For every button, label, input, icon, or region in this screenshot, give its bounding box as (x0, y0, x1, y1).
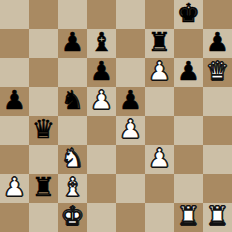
white-pawn-icon[interactable]: ♟ (148, 144, 171, 173)
square-g1[interactable]: ♜ (174, 203, 203, 232)
square-b7[interactable] (29, 29, 58, 58)
square-g7[interactable] (174, 29, 203, 58)
square-e4[interactable]: ♟ (116, 116, 145, 145)
square-g5[interactable] (174, 87, 203, 116)
square-h1[interactable]: ♜ (203, 203, 232, 232)
square-c7[interactable]: ♟ (58, 29, 87, 58)
white-queen-icon[interactable]: ♛ (206, 57, 229, 86)
white-king-icon[interactable]: ♚ (61, 202, 84, 231)
square-e6[interactable] (116, 58, 145, 87)
square-f7[interactable]: ♜ (145, 29, 174, 58)
square-f8[interactable] (145, 0, 174, 29)
square-a5[interactable]: ♟ (0, 87, 29, 116)
square-h4[interactable] (203, 116, 232, 145)
white-pawn-icon[interactable]: ♟ (3, 173, 26, 202)
square-d5[interactable]: ♟ (87, 87, 116, 116)
chess-board: ♚♟♝♜♟♟♟♟♛♟♞♟♟♛♟♞♟♟♜♝♚♜♜ (0, 0, 232, 232)
white-bishop-icon[interactable]: ♝ (61, 173, 84, 202)
square-c2[interactable]: ♝ (58, 174, 87, 203)
square-b3[interactable] (29, 145, 58, 174)
square-e1[interactable] (116, 203, 145, 232)
square-b6[interactable] (29, 58, 58, 87)
square-a8[interactable] (0, 0, 29, 29)
white-pawn-icon[interactable]: ♟ (119, 115, 142, 144)
square-f6[interactable]: ♟ (145, 58, 174, 87)
square-a3[interactable] (0, 145, 29, 174)
black-rook-icon[interactable]: ♜ (32, 173, 55, 202)
white-rook-icon[interactable]: ♜ (177, 202, 200, 231)
black-pawn-icon[interactable]: ♟ (119, 86, 142, 115)
square-g2[interactable] (174, 174, 203, 203)
square-d2[interactable] (87, 174, 116, 203)
square-a1[interactable] (0, 203, 29, 232)
white-knight-icon[interactable]: ♞ (61, 144, 84, 173)
square-h2[interactable] (203, 174, 232, 203)
square-e7[interactable] (116, 29, 145, 58)
square-a2[interactable]: ♟ (0, 174, 29, 203)
square-g6[interactable]: ♟ (174, 58, 203, 87)
square-g3[interactable] (174, 145, 203, 174)
square-g8[interactable]: ♚ (174, 0, 203, 29)
white-pawn-icon[interactable]: ♟ (90, 86, 113, 115)
square-f5[interactable] (145, 87, 174, 116)
square-b4[interactable]: ♛ (29, 116, 58, 145)
square-b2[interactable]: ♜ (29, 174, 58, 203)
white-pawn-icon[interactable]: ♟ (148, 57, 171, 86)
square-b5[interactable] (29, 87, 58, 116)
black-pawn-icon[interactable]: ♟ (90, 57, 113, 86)
square-d6[interactable]: ♟ (87, 58, 116, 87)
square-f3[interactable]: ♟ (145, 145, 174, 174)
square-a4[interactable] (0, 116, 29, 145)
black-pawn-icon[interactable]: ♟ (61, 28, 84, 57)
square-h3[interactable] (203, 145, 232, 174)
square-c6[interactable] (58, 58, 87, 87)
black-pawn-icon[interactable]: ♟ (177, 57, 200, 86)
square-b1[interactable] (29, 203, 58, 232)
square-d1[interactable] (87, 203, 116, 232)
square-e8[interactable] (116, 0, 145, 29)
square-h6[interactable]: ♛ (203, 58, 232, 87)
square-d8[interactable] (87, 0, 116, 29)
black-knight-icon[interactable]: ♞ (61, 86, 84, 115)
white-rook-icon[interactable]: ♜ (206, 202, 229, 231)
square-a7[interactable] (0, 29, 29, 58)
black-pawn-icon[interactable]: ♟ (206, 28, 229, 57)
square-c1[interactable]: ♚ (58, 203, 87, 232)
square-h8[interactable] (203, 0, 232, 29)
square-h5[interactable] (203, 87, 232, 116)
square-a6[interactable] (0, 58, 29, 87)
square-c4[interactable] (58, 116, 87, 145)
black-king-icon[interactable]: ♚ (177, 0, 200, 28)
square-g4[interactable] (174, 116, 203, 145)
black-queen-icon[interactable]: ♛ (32, 115, 55, 144)
black-bishop-icon[interactable]: ♝ (90, 28, 113, 57)
square-d7[interactable]: ♝ (87, 29, 116, 58)
black-pawn-icon[interactable]: ♟ (3, 86, 26, 115)
square-e5[interactable]: ♟ (116, 87, 145, 116)
square-f1[interactable] (145, 203, 174, 232)
black-rook-icon[interactable]: ♜ (148, 28, 171, 57)
square-d3[interactable] (87, 145, 116, 174)
square-d4[interactable] (87, 116, 116, 145)
square-c5[interactable]: ♞ (58, 87, 87, 116)
square-e2[interactable] (116, 174, 145, 203)
square-f4[interactable] (145, 116, 174, 145)
square-b8[interactable] (29, 0, 58, 29)
square-f2[interactable] (145, 174, 174, 203)
square-h7[interactable]: ♟ (203, 29, 232, 58)
square-c3[interactable]: ♞ (58, 145, 87, 174)
square-c8[interactable] (58, 0, 87, 29)
square-e3[interactable] (116, 145, 145, 174)
